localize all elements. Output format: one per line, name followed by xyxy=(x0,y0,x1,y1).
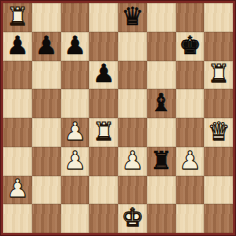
square-c4[interactable]: ♟ xyxy=(61,118,90,147)
square-d8[interactable] xyxy=(89,3,118,32)
piece-white-pawn[interactable]: ♟ xyxy=(121,148,143,173)
square-d5[interactable] xyxy=(89,89,118,118)
square-e6[interactable] xyxy=(118,61,147,90)
square-h8[interactable] xyxy=(204,3,233,32)
square-c7[interactable]: ♟ xyxy=(61,32,90,61)
square-h6[interactable]: ♜ xyxy=(204,61,233,90)
piece-white-pawn[interactable]: ♟ xyxy=(64,119,86,144)
square-h1[interactable] xyxy=(204,204,233,233)
square-c1[interactable] xyxy=(61,204,90,233)
square-a8[interactable]: ♜ xyxy=(3,3,32,32)
square-c6[interactable] xyxy=(61,61,90,90)
square-c5[interactable] xyxy=(61,89,90,118)
square-a1[interactable] xyxy=(3,204,32,233)
piece-black-rook[interactable]: ♜ xyxy=(150,148,172,173)
square-f5[interactable]: ♝ xyxy=(147,89,176,118)
square-e5[interactable] xyxy=(118,89,147,118)
piece-black-pawn[interactable]: ♟ xyxy=(64,33,86,58)
square-d7[interactable] xyxy=(89,32,118,61)
piece-white-pawn[interactable]: ♟ xyxy=(179,148,201,173)
square-e7[interactable] xyxy=(118,32,147,61)
square-b8[interactable] xyxy=(32,3,61,32)
square-b1[interactable] xyxy=(32,204,61,233)
square-d4[interactable]: ♜ xyxy=(89,118,118,147)
square-g1[interactable] xyxy=(176,204,205,233)
square-d2[interactable] xyxy=(89,176,118,205)
piece-black-pawn[interactable]: ♟ xyxy=(6,33,28,58)
square-f6[interactable] xyxy=(147,61,176,90)
square-f3[interactable]: ♜ xyxy=(147,147,176,176)
square-f4[interactable] xyxy=(147,118,176,147)
chess-board: ♜♛♟♟♟♚♟♜♝♟♜♛♟♟♜♟♟♚ xyxy=(3,3,233,233)
piece-black-king[interactable]: ♚ xyxy=(179,33,201,58)
square-f8[interactable] xyxy=(147,3,176,32)
piece-black-bishop[interactable]: ♝ xyxy=(150,90,172,115)
square-a2[interactable]: ♟ xyxy=(3,176,32,205)
square-h3[interactable] xyxy=(204,147,233,176)
square-d3[interactable] xyxy=(89,147,118,176)
piece-white-rook[interactable]: ♜ xyxy=(207,61,229,86)
square-b7[interactable]: ♟ xyxy=(32,32,61,61)
square-a4[interactable] xyxy=(3,118,32,147)
piece-black-queen[interactable]: ♛ xyxy=(121,4,143,29)
square-e1[interactable]: ♚ xyxy=(118,204,147,233)
piece-white-pawn[interactable]: ♟ xyxy=(6,176,28,201)
square-d6[interactable]: ♟ xyxy=(89,61,118,90)
square-e8[interactable]: ♛ xyxy=(118,3,147,32)
square-h7[interactable] xyxy=(204,32,233,61)
piece-white-king[interactable]: ♚ xyxy=(121,205,143,230)
square-g4[interactable] xyxy=(176,118,205,147)
square-c8[interactable] xyxy=(61,3,90,32)
piece-white-pawn[interactable]: ♟ xyxy=(64,148,86,173)
square-g8[interactable] xyxy=(176,3,205,32)
square-c3[interactable]: ♟ xyxy=(61,147,90,176)
square-b2[interactable] xyxy=(32,176,61,205)
square-g5[interactable] xyxy=(176,89,205,118)
square-a7[interactable]: ♟ xyxy=(3,32,32,61)
square-b6[interactable] xyxy=(32,61,61,90)
square-h5[interactable] xyxy=(204,89,233,118)
square-g2[interactable] xyxy=(176,176,205,205)
square-f2[interactable] xyxy=(147,176,176,205)
square-e2[interactable] xyxy=(118,176,147,205)
square-b5[interactable] xyxy=(32,89,61,118)
square-a3[interactable] xyxy=(3,147,32,176)
square-f1[interactable] xyxy=(147,204,176,233)
piece-black-pawn[interactable]: ♟ xyxy=(92,61,114,86)
square-g3[interactable]: ♟ xyxy=(176,147,205,176)
square-e4[interactable] xyxy=(118,118,147,147)
square-b3[interactable] xyxy=(32,147,61,176)
square-a6[interactable] xyxy=(3,61,32,90)
piece-white-queen[interactable]: ♛ xyxy=(207,119,229,144)
square-b4[interactable] xyxy=(32,118,61,147)
square-e3[interactable]: ♟ xyxy=(118,147,147,176)
square-g7[interactable]: ♚ xyxy=(176,32,205,61)
square-d1[interactable] xyxy=(89,204,118,233)
square-h2[interactable] xyxy=(204,176,233,205)
square-a5[interactable] xyxy=(3,89,32,118)
square-f7[interactable] xyxy=(147,32,176,61)
chess-board-frame: ♜♛♟♟♟♚♟♜♝♟♜♛♟♟♜♟♟♚ xyxy=(0,0,236,236)
square-g6[interactable] xyxy=(176,61,205,90)
piece-white-rook[interactable]: ♜ xyxy=(6,4,28,29)
square-h4[interactable]: ♛ xyxy=(204,118,233,147)
piece-black-pawn[interactable]: ♟ xyxy=(35,33,57,58)
square-c2[interactable] xyxy=(61,176,90,205)
piece-white-rook[interactable]: ♜ xyxy=(92,119,114,144)
